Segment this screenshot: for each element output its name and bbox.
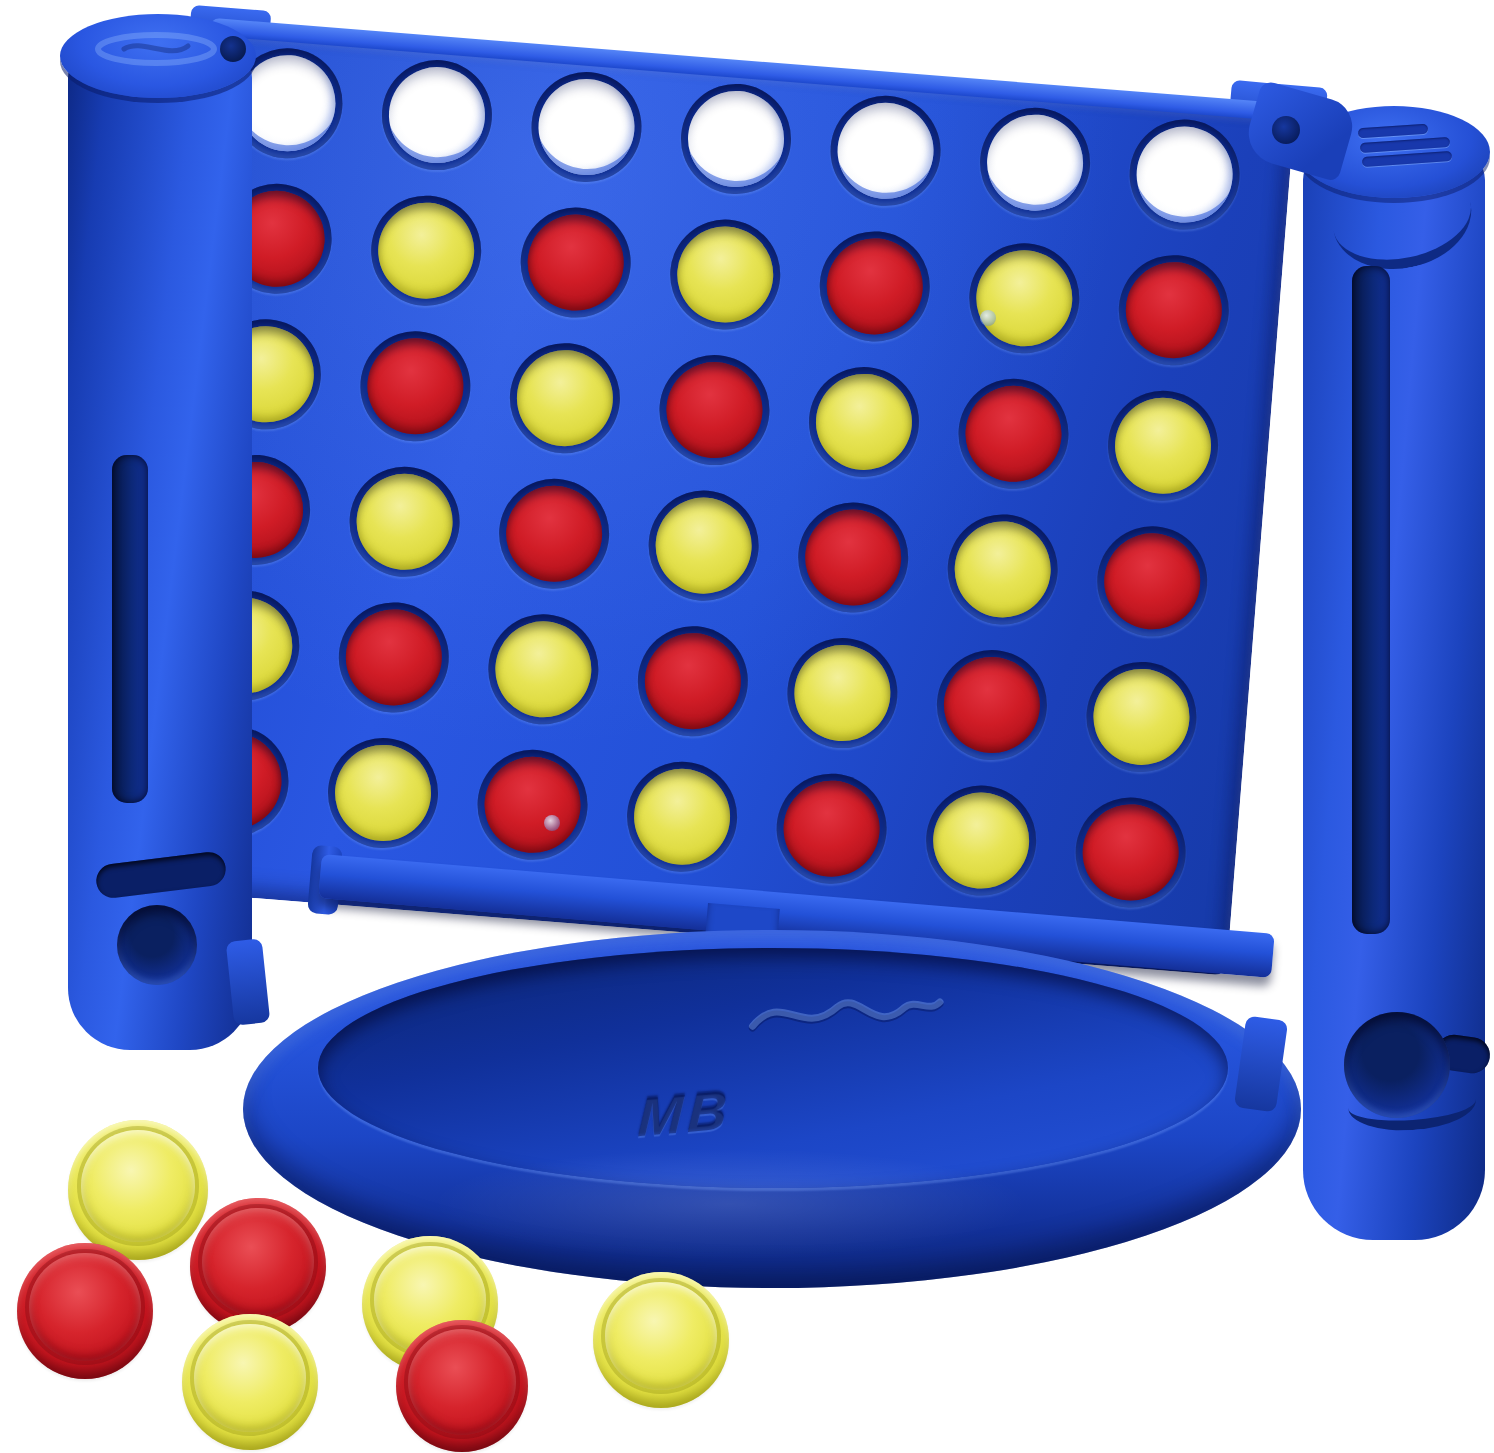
cell-r3c2[interactable] — [356, 327, 474, 445]
board-grid — [174, 44, 1243, 912]
cell-r1c5[interactable] — [826, 92, 944, 210]
scene: MB — [0, 0, 1494, 1453]
yellow-disc[interactable] — [929, 788, 1033, 892]
empty-hole[interactable] — [1133, 123, 1237, 227]
yellow-disc[interactable] — [652, 494, 756, 598]
cell-r2c6[interactable] — [965, 239, 1083, 357]
cell-r4c5[interactable] — [794, 498, 912, 616]
cell-r1c7[interactable] — [1125, 115, 1243, 233]
empty-hole[interactable] — [833, 99, 937, 203]
red-disc[interactable] — [480, 753, 584, 857]
yellow-disc[interactable] — [331, 741, 435, 845]
empty-hole[interactable] — [983, 111, 1087, 215]
cell-r2c4[interactable] — [666, 215, 784, 333]
tray-clip-left — [226, 938, 271, 1025]
red-disc[interactable] — [524, 210, 628, 314]
red-disc[interactable] — [1079, 800, 1183, 904]
left-pillar — [68, 50, 252, 1050]
red-disc[interactable] — [1100, 529, 1204, 633]
yellow-disc[interactable] — [513, 346, 617, 450]
cell-r6c7[interactable] — [1071, 793, 1189, 911]
left-pillar-foot-hole — [117, 905, 197, 985]
loose-red-disc[interactable] — [17, 1243, 153, 1379]
empty-hole[interactable] — [684, 87, 788, 191]
cell-r5c7[interactable] — [1082, 658, 1200, 776]
cell-r1c3[interactable] — [527, 68, 645, 186]
red-disc[interactable] — [502, 482, 606, 586]
yellow-disc[interactable] — [630, 765, 734, 869]
cell-r3c6[interactable] — [954, 375, 1072, 493]
cell-r2c2[interactable] — [367, 191, 485, 309]
red-disc[interactable] — [961, 382, 1065, 486]
cell-r6c2[interactable] — [324, 734, 442, 852]
cell-r3c4[interactable] — [655, 351, 773, 469]
yellow-disc[interactable] — [972, 246, 1076, 350]
cell-r5c6[interactable] — [933, 646, 1051, 764]
cap-emboss-icon — [86, 26, 226, 72]
empty-hole[interactable] — [534, 75, 638, 179]
mold-pin-dot — [544, 815, 560, 831]
cell-r2c7[interactable] — [1115, 251, 1233, 369]
board-panel — [144, 30, 1295, 975]
cell-r6c3[interactable] — [473, 746, 591, 864]
loose-yellow-disc[interactable] — [593, 1272, 729, 1408]
cell-r1c2[interactable] — [378, 56, 496, 174]
tray-sheen — [430, 1148, 1030, 1260]
yellow-disc[interactable] — [951, 517, 1055, 621]
scribble-logo-emboss-icon — [743, 978, 946, 1060]
red-disc[interactable] — [823, 234, 927, 338]
cell-r2c3[interactable] — [517, 203, 635, 321]
cell-r4c2[interactable] — [345, 463, 463, 581]
yellow-disc[interactable] — [790, 641, 894, 745]
embossed-mb-text: MB — [637, 1078, 734, 1149]
cell-r4c3[interactable] — [495, 475, 613, 593]
loose-yellow-disc[interactable] — [68, 1120, 208, 1260]
red-disc[interactable] — [1122, 258, 1226, 362]
red-disc[interactable] — [363, 334, 467, 438]
cell-r5c2[interactable] — [335, 598, 453, 716]
cell-r6c5[interactable] — [772, 769, 890, 887]
cell-r5c4[interactable] — [634, 622, 752, 740]
left-pillar-slot — [112, 455, 148, 803]
loose-red-disc[interactable] — [396, 1320, 528, 1452]
right-pillar-slot — [1352, 266, 1390, 934]
red-disc[interactable] — [780, 777, 884, 881]
cell-r1c4[interactable] — [677, 80, 795, 198]
cell-r5c5[interactable] — [783, 634, 901, 752]
red-disc[interactable] — [940, 653, 1044, 757]
cell-r3c5[interactable] — [805, 363, 923, 481]
yellow-disc[interactable] — [491, 617, 595, 721]
cell-r3c3[interactable] — [506, 339, 624, 457]
yellow-disc[interactable] — [1111, 394, 1215, 498]
red-disc[interactable] — [342, 605, 446, 709]
hinge-pin — [220, 36, 246, 62]
cell-r2c5[interactable] — [816, 227, 934, 345]
yellow-disc[interactable] — [1089, 665, 1193, 769]
latch-pin — [1272, 116, 1300, 144]
cell-r4c6[interactable] — [944, 510, 1062, 628]
red-disc[interactable] — [801, 505, 905, 609]
cell-r1c6[interactable] — [976, 104, 1094, 222]
red-disc[interactable] — [641, 629, 745, 733]
yellow-disc[interactable] — [673, 222, 777, 326]
loose-yellow-disc[interactable] — [182, 1314, 318, 1450]
yellow-disc[interactable] — [352, 470, 456, 574]
yellow-disc[interactable] — [812, 370, 916, 474]
cell-r3c7[interactable] — [1104, 387, 1222, 505]
red-disc[interactable] — [662, 358, 766, 462]
cell-r6c6[interactable] — [922, 781, 1040, 899]
cell-r6c4[interactable] — [623, 758, 741, 876]
cell-r5c3[interactable] — [484, 610, 602, 728]
empty-hole[interactable] — [385, 63, 489, 167]
mold-pin-dot — [980, 310, 996, 326]
cell-r4c7[interactable] — [1093, 522, 1211, 640]
cell-r4c4[interactable] — [644, 486, 762, 604]
yellow-disc[interactable] — [374, 199, 478, 303]
